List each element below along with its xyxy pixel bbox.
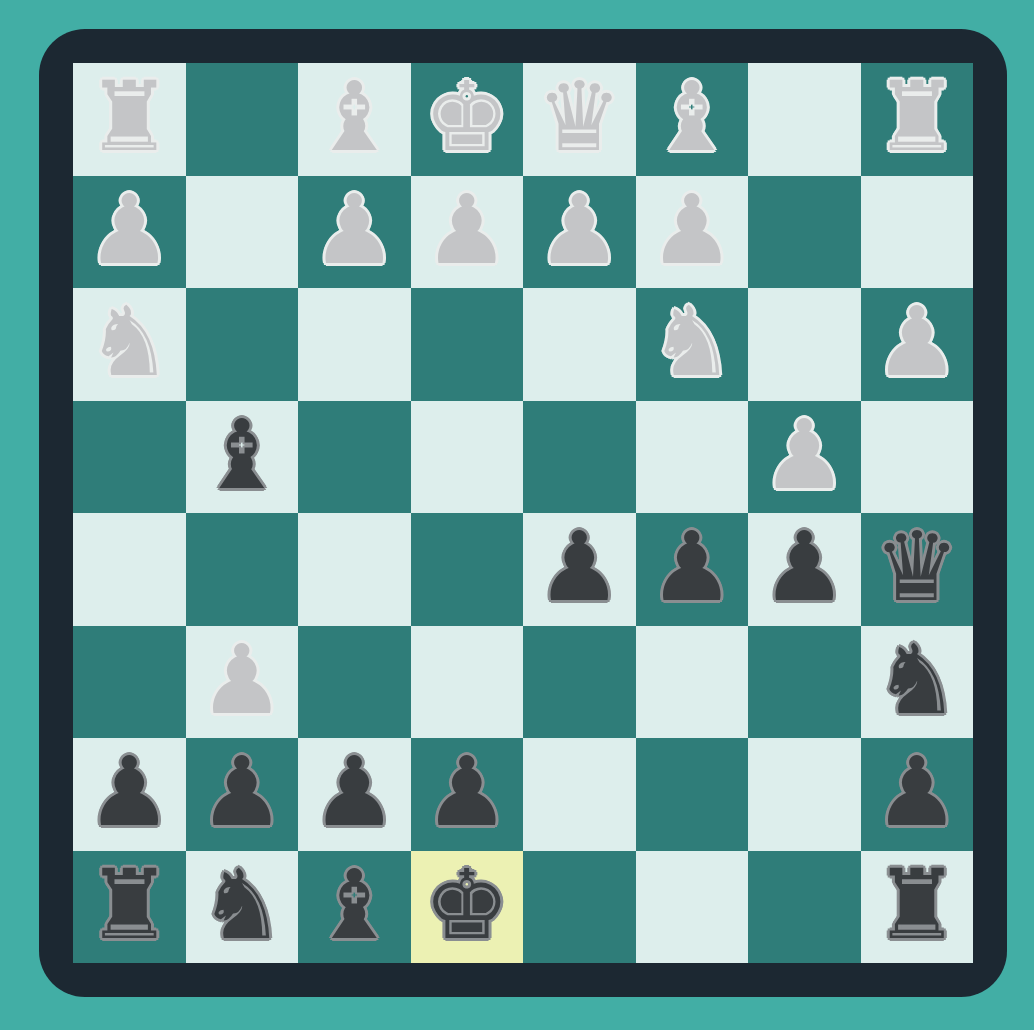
square-b3[interactable] <box>748 288 861 401</box>
black-king-e8[interactable]: ♚ <box>424 857 510 953</box>
square-c1[interactable]: ♝ <box>636 63 749 176</box>
square-f3[interactable] <box>298 288 411 401</box>
black-pawn-e7[interactable]: ♟ <box>424 744 510 840</box>
white-pawn-h2[interactable]: ♟ <box>86 182 172 278</box>
square-b7[interactable] <box>748 738 861 851</box>
board: ♜♝♚♛♝♜♟♟♟♟♟♞♞♟♝♟♟♟♟♛♟♞♟♟♟♟♟♜♞♝♚♜ <box>73 63 973 963</box>
square-d4[interactable] <box>523 401 636 514</box>
white-pawn-a3[interactable]: ♟ <box>874 294 960 390</box>
square-c5[interactable]: ♟ <box>636 513 749 626</box>
white-bishop-c1[interactable]: ♝ <box>649 69 735 165</box>
square-e7[interactable]: ♟ <box>411 738 524 851</box>
black-pawn-b5[interactable]: ♟ <box>761 519 847 615</box>
white-pawn-b4[interactable]: ♟ <box>761 407 847 503</box>
square-h1[interactable]: ♜ <box>73 63 186 176</box>
black-pawn-c5[interactable]: ♟ <box>649 519 735 615</box>
square-d1[interactable]: ♛ <box>523 63 636 176</box>
square-d6[interactable] <box>523 626 636 739</box>
black-queen-a5[interactable]: ♛ <box>874 519 960 615</box>
square-g8[interactable]: ♞ <box>186 851 299 964</box>
square-f8[interactable]: ♝ <box>298 851 411 964</box>
square-b6[interactable] <box>748 626 861 739</box>
white-knight-c3[interactable]: ♞ <box>649 294 735 390</box>
square-g6[interactable]: ♟ <box>186 626 299 739</box>
square-a4[interactable] <box>861 401 974 514</box>
square-c2[interactable]: ♟ <box>636 176 749 289</box>
square-h6[interactable] <box>73 626 186 739</box>
white-queen-d1[interactable]: ♛ <box>536 69 622 165</box>
square-f5[interactable] <box>298 513 411 626</box>
square-g3[interactable] <box>186 288 299 401</box>
square-h7[interactable]: ♟ <box>73 738 186 851</box>
square-e1[interactable]: ♚ <box>411 63 524 176</box>
square-d3[interactable] <box>523 288 636 401</box>
black-knight-a6[interactable]: ♞ <box>874 632 960 728</box>
square-f1[interactable]: ♝ <box>298 63 411 176</box>
square-h8[interactable]: ♜ <box>73 851 186 964</box>
black-pawn-f7[interactable]: ♟ <box>311 744 397 840</box>
white-pawn-e2[interactable]: ♟ <box>424 182 510 278</box>
square-h3[interactable]: ♞ <box>73 288 186 401</box>
square-a8[interactable]: ♜ <box>861 851 974 964</box>
black-pawn-a7[interactable]: ♟ <box>874 744 960 840</box>
square-a2[interactable] <box>861 176 974 289</box>
white-knight-h3[interactable]: ♞ <box>86 294 172 390</box>
square-c6[interactable] <box>636 626 749 739</box>
square-e2[interactable]: ♟ <box>411 176 524 289</box>
square-g2[interactable] <box>186 176 299 289</box>
square-e4[interactable] <box>411 401 524 514</box>
square-h2[interactable]: ♟ <box>73 176 186 289</box>
square-g4[interactable]: ♝ <box>186 401 299 514</box>
square-d2[interactable]: ♟ <box>523 176 636 289</box>
square-g5[interactable] <box>186 513 299 626</box>
square-b1[interactable] <box>748 63 861 176</box>
square-c8[interactable] <box>636 851 749 964</box>
white-pawn-c2[interactable]: ♟ <box>649 182 735 278</box>
square-h4[interactable] <box>73 401 186 514</box>
square-c3[interactable]: ♞ <box>636 288 749 401</box>
black-rook-h8[interactable]: ♜ <box>86 857 172 953</box>
white-king-e1[interactable]: ♚ <box>424 69 510 165</box>
square-f2[interactable]: ♟ <box>298 176 411 289</box>
square-e5[interactable] <box>411 513 524 626</box>
square-g7[interactable]: ♟ <box>186 738 299 851</box>
square-f6[interactable] <box>298 626 411 739</box>
white-bishop-f1[interactable]: ♝ <box>311 69 397 165</box>
white-pawn-f2[interactable]: ♟ <box>311 182 397 278</box>
white-pawn-d2[interactable]: ♟ <box>536 182 622 278</box>
black-pawn-g7[interactable]: ♟ <box>199 744 285 840</box>
square-c4[interactable] <box>636 401 749 514</box>
square-g1[interactable] <box>186 63 299 176</box>
square-a3[interactable]: ♟ <box>861 288 974 401</box>
square-e8[interactable]: ♚ <box>411 851 524 964</box>
white-rook-h1[interactable]: ♜ <box>86 69 172 165</box>
black-knight-g8[interactable]: ♞ <box>199 857 285 953</box>
square-a5[interactable]: ♛ <box>861 513 974 626</box>
square-a1[interactable]: ♜ <box>861 63 974 176</box>
square-h5[interactable] <box>73 513 186 626</box>
square-a6[interactable]: ♞ <box>861 626 974 739</box>
square-d7[interactable] <box>523 738 636 851</box>
white-rook-a1[interactable]: ♜ <box>874 69 960 165</box>
board-frame: ♜♝♚♛♝♜♟♟♟♟♟♞♞♟♝♟♟♟♟♛♟♞♟♟♟♟♟♜♞♝♚♜ <box>39 29 1007 997</box>
square-e6[interactable] <box>411 626 524 739</box>
square-b4[interactable]: ♟ <box>748 401 861 514</box>
square-b2[interactable] <box>748 176 861 289</box>
square-b5[interactable]: ♟ <box>748 513 861 626</box>
square-f7[interactable]: ♟ <box>298 738 411 851</box>
square-e3[interactable] <box>411 288 524 401</box>
white-pawn-g6[interactable]: ♟ <box>199 632 285 728</box>
page-background: ♜♝♚♛♝♜♟♟♟♟♟♞♞♟♝♟♟♟♟♛♟♞♟♟♟♟♟♜♞♝♚♜ <box>0 0 1034 1030</box>
black-bishop-f8[interactable]: ♝ <box>311 857 397 953</box>
black-rook-a8[interactable]: ♜ <box>874 857 960 953</box>
square-b8[interactable] <box>748 851 861 964</box>
square-d8[interactable] <box>523 851 636 964</box>
black-pawn-h7[interactable]: ♟ <box>86 744 172 840</box>
square-a7[interactable]: ♟ <box>861 738 974 851</box>
square-f4[interactable] <box>298 401 411 514</box>
square-d5[interactable]: ♟ <box>523 513 636 626</box>
square-c7[interactable] <box>636 738 749 851</box>
black-bishop-g4[interactable]: ♝ <box>199 407 285 503</box>
black-pawn-d5[interactable]: ♟ <box>536 519 622 615</box>
